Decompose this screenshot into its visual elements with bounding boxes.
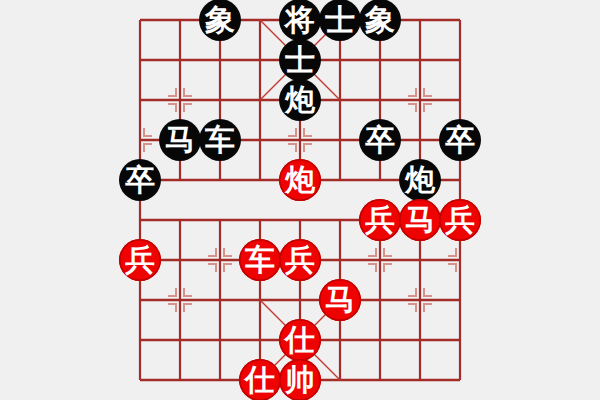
piece-black-general[interactable]: 将 — [279, 0, 321, 41]
piece-black-elephant[interactable]: 象 — [199, 0, 241, 41]
piece-red-advisor[interactable]: 仕 — [279, 319, 321, 361]
piece-red-soldier[interactable]: 兵 — [359, 199, 401, 241]
piece-red-cannon[interactable]: 炮 — [279, 159, 321, 201]
piece-black-cannon[interactable]: 炮 — [399, 159, 441, 201]
pieces-layer: 象将士象士炮马车卒卒卒炮炮兵马兵兵车兵马仕仕帅 — [120, 0, 480, 400]
piece-red-advisor[interactable]: 仕 — [239, 359, 281, 400]
piece-red-general[interactable]: 帅 — [279, 359, 321, 400]
piece-black-soldier[interactable]: 卒 — [439, 119, 481, 161]
xiangqi-app: 象将士象士炮马车卒卒卒炮炮兵马兵兵车兵马仕仕帅 — [0, 0, 600, 400]
piece-black-soldier[interactable]: 卒 — [359, 119, 401, 161]
piece-black-cannon[interactable]: 炮 — [279, 79, 321, 121]
piece-red-soldier[interactable]: 兵 — [439, 199, 481, 241]
piece-black-horse[interactable]: 马 — [159, 119, 201, 161]
piece-red-soldier[interactable]: 兵 — [119, 239, 161, 281]
piece-red-chariot[interactable]: 车 — [239, 239, 281, 281]
piece-black-advisor[interactable]: 士 — [279, 39, 321, 81]
piece-red-horse[interactable]: 马 — [319, 279, 361, 321]
piece-red-soldier[interactable]: 兵 — [279, 239, 321, 281]
piece-black-elephant[interactable]: 象 — [359, 0, 401, 41]
xiangqi-board[interactable]: 象将士象士炮马车卒卒卒炮炮兵马兵兵车兵马仕仕帅 — [120, 0, 480, 400]
piece-black-soldier[interactable]: 卒 — [119, 159, 161, 201]
piece-black-chariot[interactable]: 车 — [199, 119, 241, 161]
piece-black-advisor[interactable]: 士 — [319, 0, 361, 41]
piece-red-horse[interactable]: 马 — [399, 199, 441, 241]
